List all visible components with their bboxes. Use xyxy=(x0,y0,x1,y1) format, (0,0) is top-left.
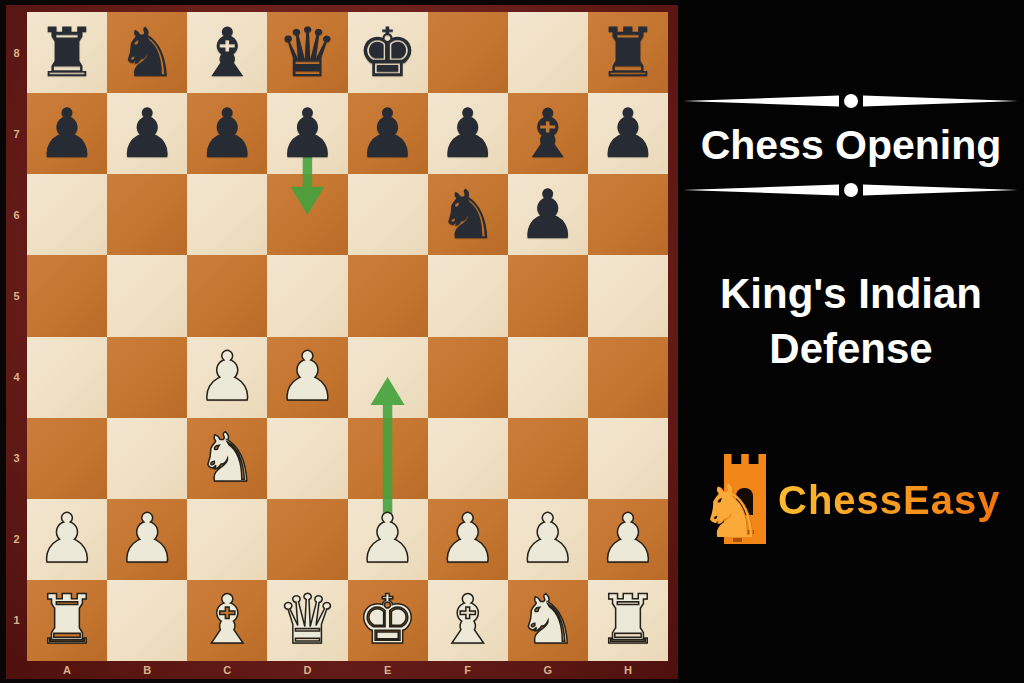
rank-label-7: 7 xyxy=(6,93,27,174)
square-e7[interactable]: ♟ xyxy=(348,93,428,174)
square-c4[interactable]: ♟ xyxy=(187,337,267,418)
square-f7[interactable]: ♟ xyxy=(428,93,508,174)
square-a1[interactable]: ♜ xyxy=(27,580,107,661)
info-panel: Chess Opening King's Indian Defense ♞ Ch… xyxy=(678,0,1024,683)
file-label-d: D xyxy=(267,661,347,679)
piece-black-pawn: ♟ xyxy=(277,100,338,168)
square-c7[interactable]: ♟ xyxy=(187,93,267,174)
piece-white-rook: ♜ xyxy=(37,586,98,654)
square-b8[interactable]: ♞ xyxy=(107,12,187,93)
file-label-c: C xyxy=(187,661,267,679)
piece-black-pawn: ♟ xyxy=(437,100,498,168)
square-c1[interactable]: ♝ xyxy=(187,580,267,661)
rank-label-6: 6 xyxy=(6,174,27,255)
square-d8[interactable]: ♛ xyxy=(267,12,347,93)
piece-black-pawn: ♟ xyxy=(357,100,418,168)
piece-white-pawn: ♟ xyxy=(37,505,98,573)
piece-white-bishop: ♝ xyxy=(437,586,498,654)
square-f6[interactable]: ♞ xyxy=(428,174,508,255)
ornament-divider-top xyxy=(681,92,1021,110)
piece-black-bishop: ♝ xyxy=(517,100,578,168)
knight-icon: ♞ xyxy=(698,474,764,548)
square-b7[interactable]: ♟ xyxy=(107,93,187,174)
piece-black-bishop: ♝ xyxy=(197,19,258,87)
chesseasy-logo[interactable]: ♞ ChessEasy xyxy=(700,450,1000,550)
piece-black-knight: ♞ xyxy=(117,19,178,87)
panel-heading-block: Chess Opening xyxy=(678,92,1024,199)
piece-white-pawn: ♟ xyxy=(117,505,178,573)
piece-white-knight: ♞ xyxy=(197,424,258,492)
piece-black-rook: ♜ xyxy=(597,19,658,87)
rank-label-4: 4 xyxy=(6,337,27,418)
chess-board-frame: 87654321 ♜♞♝♛♚♜♟♟♟♟♟♟♝♟♞♟♟♟♞♟♟♟♟♟♟♜♝♛♚♝♞… xyxy=(0,0,678,683)
square-g6[interactable]: ♟ xyxy=(508,174,588,255)
square-d7[interactable]: ♟ xyxy=(267,93,347,174)
file-label-g: G xyxy=(508,661,588,679)
opening-title-line1: King's Indian xyxy=(678,266,1024,321)
piece-white-pawn: ♟ xyxy=(277,343,338,411)
piece-white-pawn: ♟ xyxy=(437,505,498,573)
square-h8[interactable]: ♜ xyxy=(588,12,668,93)
piece-black-pawn: ♟ xyxy=(597,100,658,168)
square-f2[interactable]: ♟ xyxy=(428,499,508,580)
opening-title: King's Indian Defense xyxy=(678,266,1024,377)
rank-labels: 87654321 xyxy=(6,12,27,661)
rank-label-5: 5 xyxy=(6,255,27,336)
piece-white-bishop: ♝ xyxy=(197,586,258,654)
piece-black-knight: ♞ xyxy=(437,181,498,249)
square-g1[interactable]: ♞ xyxy=(508,580,588,661)
piece-black-rook: ♜ xyxy=(37,19,98,87)
file-label-a: A xyxy=(27,661,107,679)
piece-black-pawn: ♟ xyxy=(517,181,578,249)
panel-heading: Chess Opening xyxy=(678,122,1024,169)
square-d1[interactable]: ♛ xyxy=(267,580,347,661)
square-b2[interactable]: ♟ xyxy=(107,499,187,580)
rank-label-2: 2 xyxy=(6,499,27,580)
square-h2[interactable]: ♟ xyxy=(588,499,668,580)
knight-rook-logo-icon: ♞ xyxy=(700,450,772,550)
piece-white-king: ♚ xyxy=(357,586,418,654)
piece-white-knight: ♞ xyxy=(517,586,578,654)
square-a7[interactable]: ♟ xyxy=(27,93,107,174)
square-a8[interactable]: ♜ xyxy=(27,12,107,93)
piece-white-pawn: ♟ xyxy=(357,505,418,573)
square-c3[interactable]: ♞ xyxy=(187,418,267,499)
square-g7[interactable]: ♝ xyxy=(508,93,588,174)
piece-white-pawn: ♟ xyxy=(597,505,658,573)
piece-black-pawn: ♟ xyxy=(197,100,258,168)
rank-label-8: 8 xyxy=(6,12,27,93)
square-e1[interactable]: ♚ xyxy=(348,580,428,661)
piece-black-pawn: ♟ xyxy=(37,100,98,168)
square-e8[interactable]: ♚ xyxy=(348,12,428,93)
piece-white-queen: ♛ xyxy=(277,586,338,654)
piece-white-pawn: ♟ xyxy=(197,343,258,411)
file-label-f: F xyxy=(428,661,508,679)
piece-white-pawn: ♟ xyxy=(517,505,578,573)
piece-white-rook: ♜ xyxy=(597,586,658,654)
piece-black-queen: ♛ xyxy=(277,19,338,87)
logo-text: ChessEasy xyxy=(778,478,1000,523)
file-labels: ABCDEFGH xyxy=(27,661,668,679)
chess-board-border: 87654321 ♜♞♝♛♚♜♟♟♟♟♟♟♝♟♞♟♟♟♞♟♟♟♟♟♟♜♝♛♚♝♞… xyxy=(6,5,678,679)
square-c8[interactable]: ♝ xyxy=(187,12,267,93)
rank-label-1: 1 xyxy=(6,580,27,661)
square-h7[interactable]: ♟ xyxy=(588,93,668,174)
square-e2[interactable]: ♟ xyxy=(348,499,428,580)
square-g2[interactable]: ♟ xyxy=(508,499,588,580)
file-label-h: H xyxy=(588,661,668,679)
square-a2[interactable]: ♟ xyxy=(27,499,107,580)
piece-black-king: ♚ xyxy=(357,19,418,87)
square-d4[interactable]: ♟ xyxy=(267,337,347,418)
file-label-b: B xyxy=(107,661,187,679)
screenshot-root: 87654321 ♜♞♝♛♚♜♟♟♟♟♟♟♝♟♞♟♟♟♞♟♟♟♟♟♟♜♝♛♚♝♞… xyxy=(0,0,1024,683)
opening-title-line2: Defense xyxy=(678,321,1024,376)
file-label-e: E xyxy=(348,661,428,679)
square-h1[interactable]: ♜ xyxy=(588,580,668,661)
piece-black-pawn: ♟ xyxy=(117,100,178,168)
square-f1[interactable]: ♝ xyxy=(428,580,508,661)
ornament-divider-bottom xyxy=(681,181,1021,199)
rank-label-3: 3 xyxy=(6,418,27,499)
